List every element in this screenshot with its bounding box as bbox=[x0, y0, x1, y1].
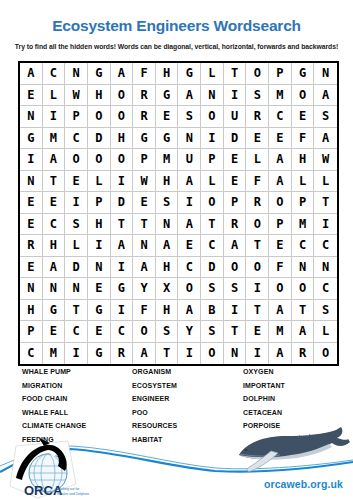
grid-cell[interactable]: E bbox=[224, 149, 247, 171]
grid-cell[interactable]: I bbox=[20, 149, 43, 171]
grid-cell[interactable]: H bbox=[156, 257, 179, 279]
grid-cell[interactable]: M bbox=[269, 85, 292, 107]
grid-cell[interactable]: F bbox=[292, 128, 315, 150]
grid-cell[interactable]: S bbox=[156, 321, 179, 343]
grid-cell[interactable]: N bbox=[65, 63, 88, 85]
grid-cell[interactable]: H bbox=[156, 171, 179, 193]
grid-cell[interactable]: A bbox=[43, 149, 66, 171]
grid-cell[interactable]: E bbox=[43, 192, 66, 214]
word-list-item: ECOSYSTEM bbox=[132, 382, 243, 389]
grid-cell[interactable]: P bbox=[20, 321, 43, 343]
grid-cell[interactable]: E bbox=[88, 278, 111, 300]
grid-cell[interactable]: P bbox=[224, 192, 247, 214]
word-list-item: WHALE FALL bbox=[22, 409, 132, 416]
wordsearch-grid: ACNGAFHGLTOPGNELWHORGANISMOANIPOORESOURC… bbox=[18, 61, 339, 366]
grid-cell[interactable]: M bbox=[43, 343, 66, 365]
grid-cell[interactable]: O bbox=[111, 106, 134, 128]
grid-cell[interactable]: N bbox=[314, 63, 337, 85]
grid-cell[interactable]: N bbox=[20, 278, 43, 300]
grid-cell[interactable]: G bbox=[88, 300, 111, 322]
grid-cell[interactable]: A bbox=[178, 214, 201, 236]
grid-cell[interactable]: O bbox=[178, 278, 201, 300]
grid-cell[interactable]: E bbox=[20, 192, 43, 214]
grid-cell[interactable]: O bbox=[269, 192, 292, 214]
grid-cell[interactable]: C bbox=[20, 343, 43, 365]
grid-cell[interactable]: A bbox=[314, 85, 337, 107]
grid-cell[interactable]: C bbox=[201, 235, 224, 257]
grid-cell[interactable]: L bbox=[314, 171, 337, 193]
grid-cell[interactable]: C bbox=[269, 106, 292, 128]
grid-cell[interactable]: T bbox=[43, 171, 66, 193]
grid-cell[interactable]: O bbox=[111, 149, 134, 171]
orca-logo: ORCA Looking out for Whales and Dolphins bbox=[8, 438, 94, 500]
grid-cell[interactable]: A bbox=[133, 343, 156, 365]
word-list-item: ENGINEER bbox=[132, 395, 243, 402]
grid-cell[interactable]: O bbox=[201, 343, 224, 365]
grid-cell[interactable]: N bbox=[65, 278, 88, 300]
grid-cell[interactable]: N bbox=[133, 235, 156, 257]
grid-cell[interactable]: I bbox=[201, 128, 224, 150]
word-list-item: ORGANISM bbox=[132, 368, 243, 375]
grid-cell[interactable]: G bbox=[292, 63, 315, 85]
grid-cell[interactable]: O bbox=[292, 85, 315, 107]
grid-cell[interactable]: O bbox=[88, 149, 111, 171]
grid-cell[interactable]: P bbox=[201, 149, 224, 171]
word-list-item: RESOURCES bbox=[132, 422, 243, 429]
grid-cell[interactable]: O bbox=[88, 106, 111, 128]
grid-cell[interactable]: O bbox=[201, 106, 224, 128]
grid-cell[interactable]: E bbox=[88, 321, 111, 343]
grid-cell[interactable]: F bbox=[133, 300, 156, 322]
grid-cell[interactable]: A bbox=[178, 85, 201, 107]
grid-cell[interactable]: R bbox=[292, 343, 315, 365]
grid-cell[interactable]: E bbox=[133, 192, 156, 214]
grid-cell[interactable]: S bbox=[156, 192, 179, 214]
grid-cell[interactable]: O bbox=[292, 278, 315, 300]
grid-cell[interactable]: E bbox=[292, 106, 315, 128]
grid-cell[interactable]: S bbox=[246, 85, 269, 107]
grid-cell[interactable]: G bbox=[20, 128, 43, 150]
grid-cell[interactable]: S bbox=[314, 300, 337, 322]
grid-cell[interactable]: A bbox=[178, 300, 201, 322]
grid-cell[interactable]: E bbox=[156, 106, 179, 128]
grid-cell[interactable]: I bbox=[43, 106, 66, 128]
grid-cell[interactable]: I bbox=[178, 343, 201, 365]
grid-cell[interactable]: G bbox=[88, 343, 111, 365]
grid-cell[interactable]: L bbox=[314, 321, 337, 343]
grid-cell[interactable]: R bbox=[224, 214, 247, 236]
grid-cell[interactable]: C bbox=[43, 214, 66, 236]
grid-cell[interactable]: R bbox=[133, 106, 156, 128]
grid-cell[interactable]: O bbox=[201, 192, 224, 214]
grid-cell[interactable]: T bbox=[133, 214, 156, 236]
grid-cell[interactable]: A bbox=[178, 171, 201, 193]
grid-cell[interactable]: A bbox=[314, 128, 337, 150]
grid-cell[interactable]: M bbox=[269, 321, 292, 343]
grid-cell[interactable]: O bbox=[246, 214, 269, 236]
grid-cell[interactable]: N bbox=[43, 278, 66, 300]
grid-cell[interactable]: N bbox=[224, 343, 247, 365]
grid-cell[interactable]: H bbox=[88, 214, 111, 236]
grid-cell[interactable]: N bbox=[201, 85, 224, 107]
grid-cell[interactable]: F bbox=[133, 63, 156, 85]
grid-cell[interactable]: L bbox=[65, 235, 88, 257]
grid-cell[interactable]: I bbox=[224, 85, 247, 107]
grid-cell[interactable]: E bbox=[20, 214, 43, 236]
grid-cell[interactable]: A bbox=[43, 257, 66, 279]
grid-cell[interactable]: P bbox=[133, 149, 156, 171]
grid-cell[interactable]: L bbox=[201, 63, 224, 85]
grid-cell[interactable]: T bbox=[314, 192, 337, 214]
grid-cell[interactable]: C bbox=[178, 257, 201, 279]
grid-cell[interactable]: C bbox=[111, 321, 134, 343]
grid-cell[interactable]: S bbox=[314, 106, 337, 128]
grid-cell[interactable]: P bbox=[88, 192, 111, 214]
grid-cell[interactable]: R bbox=[20, 235, 43, 257]
grid-cell[interactable]: H bbox=[20, 300, 43, 322]
grid-cell[interactable]: D bbox=[201, 257, 224, 279]
grid-cell[interactable]: C bbox=[43, 63, 66, 85]
grid-cell[interactable]: I bbox=[246, 278, 269, 300]
grid-cell[interactable]: C bbox=[65, 128, 88, 150]
grid-cell[interactable]: P bbox=[269, 214, 292, 236]
grid-cell[interactable]: E bbox=[246, 128, 269, 150]
grid-cell[interactable]: D bbox=[224, 128, 247, 150]
grid-cell[interactable]: T bbox=[292, 300, 315, 322]
grid-cell[interactable]: E bbox=[246, 321, 269, 343]
grid-cell[interactable]: T bbox=[224, 63, 247, 85]
grid-cell[interactable]: N bbox=[292, 257, 315, 279]
grid-cell[interactable]: O bbox=[246, 257, 269, 279]
logo-tagline-line2: Whales and Dolphins bbox=[57, 492, 89, 496]
grid-cell[interactable]: E bbox=[20, 85, 43, 107]
grid-cell[interactable]: D bbox=[65, 257, 88, 279]
grid-cell[interactable]: H bbox=[156, 63, 179, 85]
grid-cell[interactable]: U bbox=[224, 106, 247, 128]
grid-cell[interactable]: E bbox=[20, 257, 43, 279]
grid-cell[interactable]: F bbox=[246, 171, 269, 193]
grid-cell[interactable]: O bbox=[111, 85, 134, 107]
grid-cell[interactable]: I bbox=[111, 171, 134, 193]
grid-cell[interactable]: N bbox=[178, 128, 201, 150]
grid-cell[interactable]: H bbox=[111, 128, 134, 150]
grid-cell[interactable]: N bbox=[20, 171, 43, 193]
grid-cell[interactable]: O bbox=[65, 149, 88, 171]
grid-cell[interactable]: I bbox=[88, 235, 111, 257]
grid-cell[interactable]: I bbox=[65, 192, 88, 214]
grid-cell[interactable]: A bbox=[111, 235, 134, 257]
grid-cell[interactable]: G bbox=[156, 128, 179, 150]
grid-cell[interactable]: U bbox=[178, 149, 201, 171]
grid-cell[interactable]: E bbox=[43, 321, 66, 343]
grid-cell[interactable]: T bbox=[246, 300, 269, 322]
grid-cell[interactable]: T bbox=[224, 321, 247, 343]
grid-cell[interactable]: G bbox=[133, 128, 156, 150]
grid-cell[interactable]: R bbox=[246, 106, 269, 128]
humpback-whale-illustration bbox=[236, 426, 352, 478]
word-list-item: DOLPHIN bbox=[243, 395, 342, 402]
grid-cell[interactable]: D bbox=[111, 192, 134, 214]
grid-cell[interactable]: C bbox=[314, 278, 337, 300]
grid-cell[interactable]: A bbox=[156, 235, 179, 257]
word-list-item: WHALE PUMP bbox=[22, 368, 132, 375]
grid-cell[interactable]: I bbox=[111, 300, 134, 322]
grid-cell[interactable]: O bbox=[246, 63, 269, 85]
grid-cell[interactable]: A bbox=[269, 300, 292, 322]
grid-cell[interactable]: R bbox=[111, 343, 134, 365]
word-list-item: CLIMATE CHANGE bbox=[22, 422, 132, 429]
grid-cell[interactable]: A bbox=[269, 149, 292, 171]
grid-cell[interactable]: I bbox=[111, 257, 134, 279]
grid-cell[interactable]: A bbox=[133, 257, 156, 279]
grid-cell[interactable]: L bbox=[43, 85, 66, 107]
grid-cell[interactable]: E bbox=[178, 235, 201, 257]
grid-cell[interactable]: E bbox=[65, 171, 88, 193]
grid-cell[interactable]: M bbox=[292, 214, 315, 236]
grid-cell[interactable]: I bbox=[65, 343, 88, 365]
grid-cell[interactable]: T bbox=[201, 214, 224, 236]
grid-cell[interactable]: S bbox=[201, 321, 224, 343]
grid-cell[interactable]: P bbox=[292, 192, 315, 214]
grid-cell[interactable]: M bbox=[43, 128, 66, 150]
grid-cell[interactable]: E bbox=[269, 128, 292, 150]
grid-cell[interactable]: I bbox=[224, 300, 247, 322]
grid-cell[interactable]: C bbox=[292, 235, 315, 257]
grid-cell[interactable]: G bbox=[111, 278, 134, 300]
grid-cell[interactable]: O bbox=[314, 343, 337, 365]
grid-cell[interactable]: I bbox=[246, 343, 269, 365]
grid-cell[interactable]: W bbox=[133, 171, 156, 193]
grid-cell[interactable]: A bbox=[224, 235, 247, 257]
grid-cell[interactable]: G bbox=[88, 63, 111, 85]
grid-cell[interactable]: G bbox=[43, 300, 66, 322]
grid-cell[interactable]: E bbox=[269, 235, 292, 257]
grid-cell[interactable]: X bbox=[156, 278, 179, 300]
grid-cell[interactable]: L bbox=[201, 171, 224, 193]
grid-cell[interactable]: H bbox=[88, 85, 111, 107]
grid-cell[interactable]: A bbox=[269, 171, 292, 193]
word-list-item: OXYGEN bbox=[243, 368, 342, 375]
grid-cell[interactable]: W bbox=[314, 149, 337, 171]
grid-cell[interactable]: P bbox=[65, 106, 88, 128]
grid-cell[interactable]: S bbox=[178, 106, 201, 128]
grid-cell[interactable]: C bbox=[314, 235, 337, 257]
grid-cell[interactable]: P bbox=[269, 63, 292, 85]
word-list-item: IMPORTANT bbox=[243, 382, 342, 389]
grid-cell[interactable]: W bbox=[65, 85, 88, 107]
grid-cell[interactable]: O bbox=[133, 321, 156, 343]
grid-cell[interactable]: G bbox=[156, 85, 179, 107]
grid-cell[interactable]: S bbox=[65, 214, 88, 236]
grid-cell[interactable]: T bbox=[156, 343, 179, 365]
grid-cell[interactable]: S bbox=[224, 278, 247, 300]
grid-cell[interactable]: N bbox=[156, 214, 179, 236]
grid-cell[interactable]: C bbox=[65, 321, 88, 343]
grid-cell[interactable]: N bbox=[314, 257, 337, 279]
grid-cell[interactable]: T bbox=[111, 214, 134, 236]
grid-cell[interactable]: T bbox=[65, 300, 88, 322]
word-list-item: CETACEAN bbox=[243, 409, 342, 416]
grid-cell[interactable]: H bbox=[292, 149, 315, 171]
page-title: Ecosystem Engineers Wordsearch bbox=[0, 17, 353, 35]
worksheet-page: Ecosystem Engineers Wordsearch Try to fi… bbox=[0, 0, 353, 500]
word-list-item: MIGRATION bbox=[22, 382, 132, 389]
grid-cell[interactable]: A bbox=[269, 343, 292, 365]
grid-cell[interactable]: A bbox=[111, 63, 134, 85]
grid-cell[interactable]: L bbox=[292, 171, 315, 193]
grid-cell[interactable]: I bbox=[314, 214, 337, 236]
grid-cell[interactable]: O bbox=[269, 278, 292, 300]
website-link[interactable]: orcaweb.org.uk bbox=[264, 478, 343, 490]
grid-cell[interactable]: L bbox=[88, 171, 111, 193]
grid-cell[interactable]: B bbox=[201, 300, 224, 322]
grid-cell[interactable]: A bbox=[20, 63, 43, 85]
grid-cell[interactable]: T bbox=[246, 235, 269, 257]
grid-cell[interactable]: S bbox=[201, 278, 224, 300]
grid-cell[interactable]: L bbox=[246, 149, 269, 171]
grid-cell[interactable]: G bbox=[178, 63, 201, 85]
grid-cell[interactable]: D bbox=[88, 128, 111, 150]
grid-cell[interactable]: M bbox=[156, 149, 179, 171]
grid-cell[interactable]: N bbox=[88, 257, 111, 279]
grid-cell[interactable]: R bbox=[246, 192, 269, 214]
grid-cell[interactable]: H bbox=[43, 235, 66, 257]
word-list-item: POO bbox=[132, 409, 243, 416]
grid-cell[interactable]: E bbox=[224, 171, 247, 193]
subtitle: Try to find all the hidden words! Words … bbox=[0, 43, 353, 50]
word-list-column-2: ORGANISMECOSYSTEMENGINEERPOORESOURCESHAB… bbox=[132, 368, 243, 450]
logo-tagline-line1: Looking out for bbox=[57, 487, 80, 491]
grid-cell[interactable]: Y bbox=[133, 278, 156, 300]
grid-cell[interactable]: H bbox=[156, 300, 179, 322]
grid-cell[interactable]: O bbox=[224, 257, 247, 279]
grid-cell[interactable]: I bbox=[178, 192, 201, 214]
word-list-item: FOOD CHAIN bbox=[22, 395, 132, 402]
grid-cell[interactable]: Y bbox=[178, 321, 201, 343]
grid-cell[interactable]: A bbox=[292, 321, 315, 343]
grid-cell[interactable]: N bbox=[20, 106, 43, 128]
grid-cell[interactable]: F bbox=[269, 257, 292, 279]
grid-cell[interactable]: R bbox=[133, 85, 156, 107]
